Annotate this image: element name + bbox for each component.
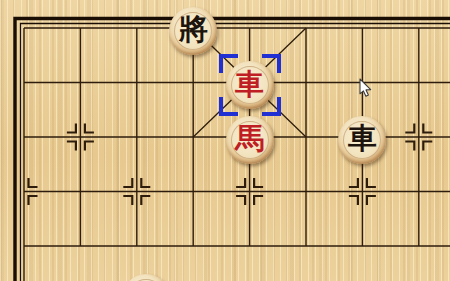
red-horse-glyph: 馬 [235,124,264,153]
mouse-cursor-icon [359,78,373,98]
black-chariot-glyph: 車 [348,124,377,153]
red-chariot-glyph: 車 [235,70,264,99]
black-chariot[interactable]: 車 [338,116,386,164]
red-horse[interactable]: 馬 [226,116,274,164]
black-general-glyph: 將 [179,15,208,44]
black-general[interactable]: 將 [169,7,217,55]
red-chariot[interactable]: 車 [226,61,274,109]
xiangqi-board[interactable]: 將車馬車 [0,0,450,281]
